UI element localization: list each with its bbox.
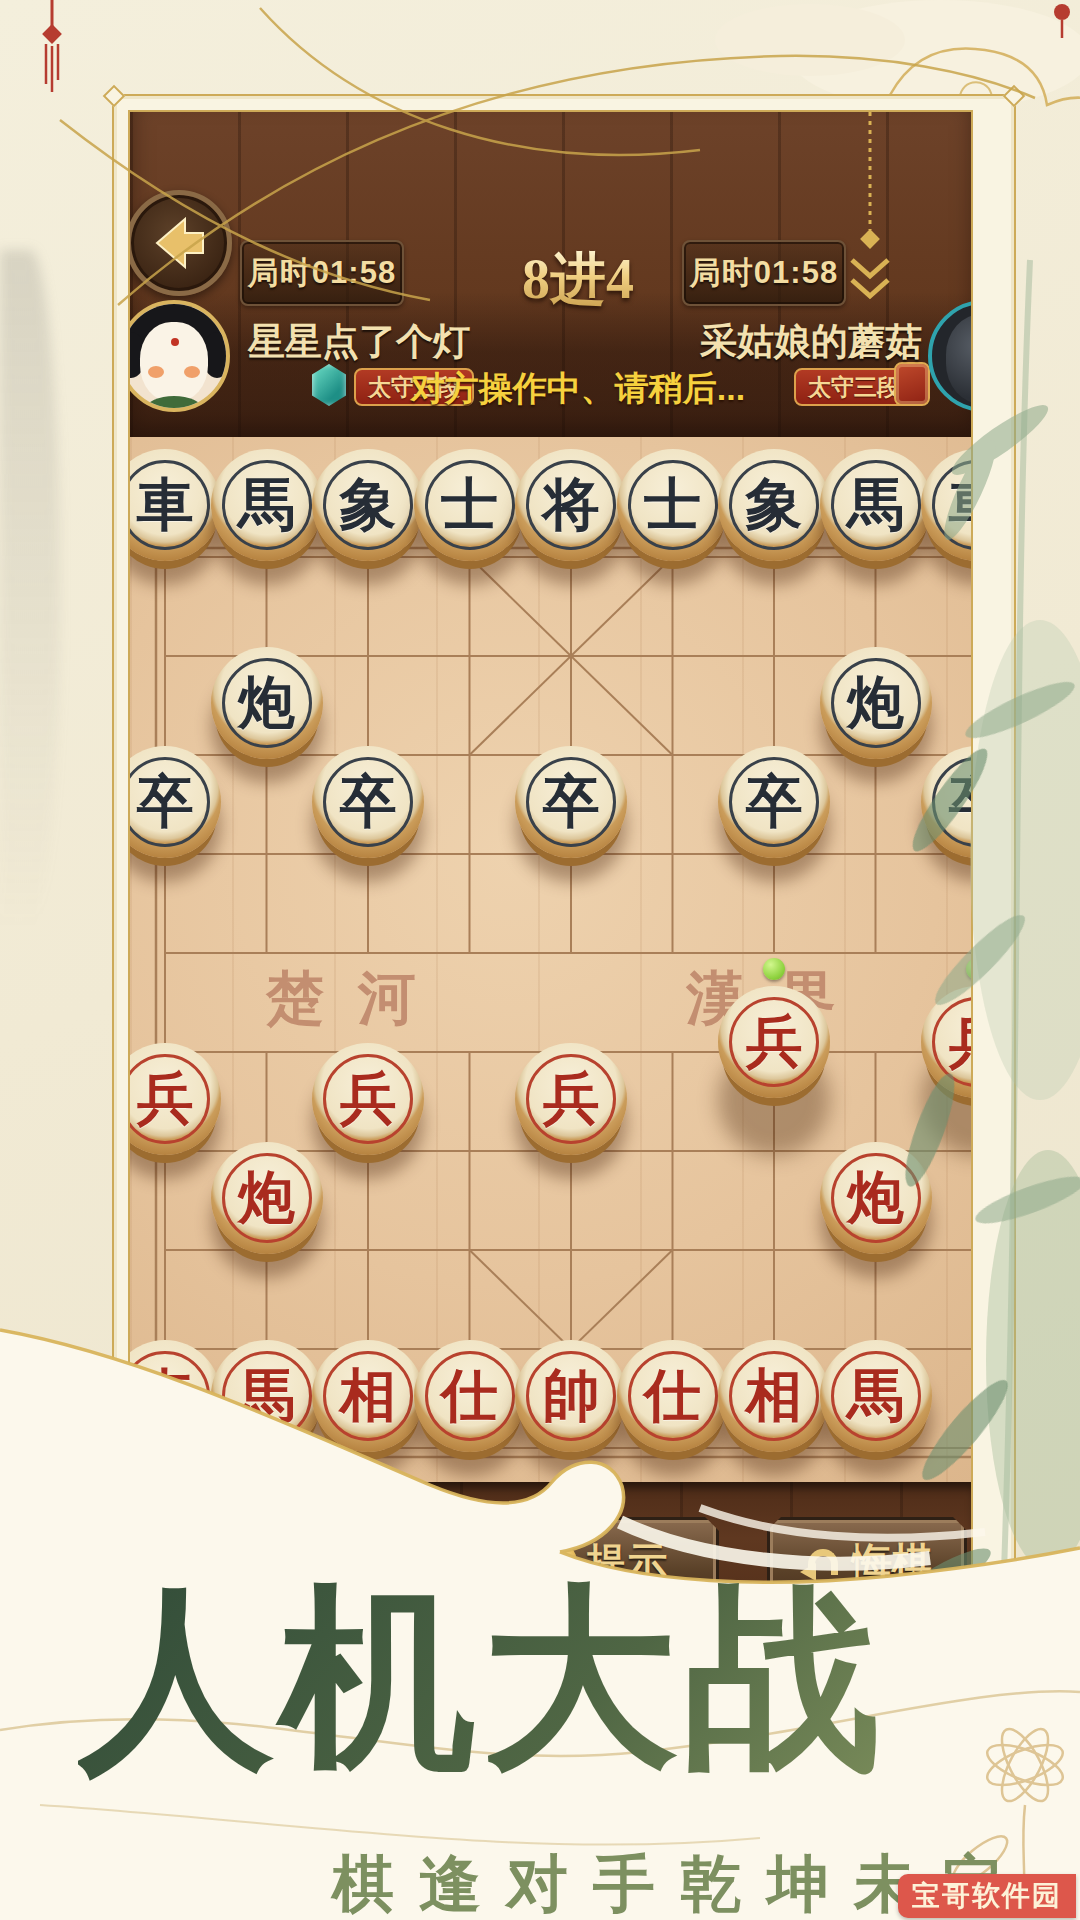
piece-glyph: 帥 [515, 1340, 627, 1452]
ink-wash-decoration [0, 250, 60, 930]
piece-glyph: 炮 [211, 1142, 323, 1254]
piece-glyph: 仕 [414, 1340, 526, 1452]
seal-icon [894, 362, 930, 406]
piece-black-炮[interactable]: 炮 [820, 647, 932, 759]
piece-red-帥[interactable]: 帥 [515, 1340, 627, 1452]
left-timer-text: 局时01:58 [248, 252, 396, 294]
highlight-dot [763, 958, 785, 980]
piece-glyph: 馬 [820, 1340, 932, 1452]
piece-glyph: 士 [414, 449, 526, 561]
piece-red-兵[interactable]: 兵 [921, 986, 973, 1098]
piece-red-相[interactable]: 相 [718, 1340, 830, 1452]
piece-black-卒[interactable]: 卒 [718, 746, 830, 858]
piece-black-士[interactable]: 士 [414, 449, 526, 561]
piece-black-卒[interactable]: 卒 [130, 746, 221, 858]
piece-glyph: 卒 [312, 746, 424, 858]
piece-glyph: 兵 [130, 1043, 221, 1155]
piece-glyph: 炮 [820, 647, 932, 759]
piece-glyph: 馬 [820, 449, 932, 561]
piece-red-馬[interactable]: 馬 [820, 1340, 932, 1452]
avatar-cheek [148, 366, 164, 378]
piece-glyph: 炮 [820, 1142, 932, 1254]
right-timer-text: 局时01:58 [690, 252, 838, 294]
piece-glyph: 車 [921, 449, 973, 561]
piece-glyph: 車 [130, 1340, 221, 1452]
piece-black-馬[interactable]: 馬 [211, 449, 323, 561]
app-screen: 局时01:58 8进4 局时01:58 星星点了个灯 太守三段 对方操作中、请稍… [0, 0, 1080, 1920]
watermark-badge: 宝哥软件园 [898, 1874, 1076, 1918]
piece-glyph: 象 [718, 449, 830, 561]
right-player-name: 采姑娘的蘑菇 [700, 317, 922, 367]
piece-glyph: 相 [718, 1340, 830, 1452]
avatar-face [140, 322, 208, 402]
piece-glyph: 卒 [921, 746, 973, 858]
piece-red-馬[interactable]: 馬 [211, 1340, 323, 1452]
piece-glyph: 士 [617, 449, 729, 561]
left-player-name: 星星点了个灯 [248, 317, 470, 367]
back-button[interactable] [128, 190, 232, 296]
piece-glyph: 馬 [211, 1340, 323, 1452]
piece-black-卒[interactable]: 卒 [312, 746, 424, 858]
piece-glyph: 仕 [617, 1340, 729, 1452]
piece-glyph: 兵 [312, 1043, 424, 1155]
piece-glyph: 卒 [515, 746, 627, 858]
right-timer: 局时01:58 [682, 240, 846, 306]
piece-glyph: 炮 [211, 647, 323, 759]
piece-glyph: 卒 [718, 746, 830, 858]
piece-red-炮[interactable]: 炮 [820, 1142, 932, 1254]
piece-red-兵[interactable]: 兵 [718, 986, 830, 1098]
piece-black-炮[interactable]: 炮 [211, 647, 323, 759]
avatar-image [946, 314, 973, 404]
piece-black-士[interactable]: 士 [617, 449, 729, 561]
xiangqi-board: 楚河 漢界 車馬象士将士象馬車炮炮卒卒卒卒卒兵兵兵兵兵炮炮車馬相仕帥仕相馬 [130, 437, 973, 1482]
piece-glyph: 将 [515, 449, 627, 561]
piece-glyph: 卒 [130, 746, 221, 858]
piece-red-兵[interactable]: 兵 [312, 1043, 424, 1155]
piece-glyph: 兵 [718, 986, 830, 1098]
piece-black-卒[interactable]: 卒 [921, 746, 973, 858]
banner-title: 人机大战 [78, 1548, 1018, 1813]
piece-red-兵[interactable]: 兵 [130, 1043, 221, 1155]
avatar-cheek [184, 366, 200, 378]
piece-glyph: 兵 [921, 986, 973, 1098]
avatar-forehead-dot [171, 338, 179, 346]
piece-glyph: 兵 [515, 1043, 627, 1155]
piece-black-象[interactable]: 象 [718, 449, 830, 561]
river-label-chu: 楚河 [266, 953, 450, 1045]
back-arrow-icon [151, 217, 207, 269]
piece-black-象[interactable]: 象 [312, 449, 424, 561]
piece-red-炮[interactable]: 炮 [211, 1142, 323, 1254]
piece-black-馬[interactable]: 馬 [820, 449, 932, 561]
piece-red-相[interactable]: 相 [312, 1340, 424, 1452]
piece-black-車[interactable]: 車 [130, 449, 221, 561]
left-timer: 局时01:58 [240, 240, 404, 306]
piece-black-将[interactable]: 将 [515, 449, 627, 561]
piece-red-仕[interactable]: 仕 [617, 1340, 729, 1452]
piece-red-兵[interactable]: 兵 [515, 1043, 627, 1155]
game-viewport: 局时01:58 8进4 局时01:58 星星点了个灯 太守三段 对方操作中、请稍… [128, 110, 973, 1620]
turn-status-text: 对方操作中、请稍后... [328, 366, 828, 412]
pendant-decoration [830, 112, 910, 312]
piece-red-仕[interactable]: 仕 [414, 1340, 526, 1452]
piece-glyph: 馬 [211, 449, 323, 561]
piece-red-車[interactable]: 車 [130, 1340, 221, 1452]
piece-glyph: 象 [312, 449, 424, 561]
piece-glyph: 車 [130, 449, 221, 561]
piece-black-車[interactable]: 車 [921, 449, 973, 561]
round-title: 8进4 [458, 242, 698, 318]
piece-glyph: 相 [312, 1340, 424, 1452]
piece-black-卒[interactable]: 卒 [515, 746, 627, 858]
